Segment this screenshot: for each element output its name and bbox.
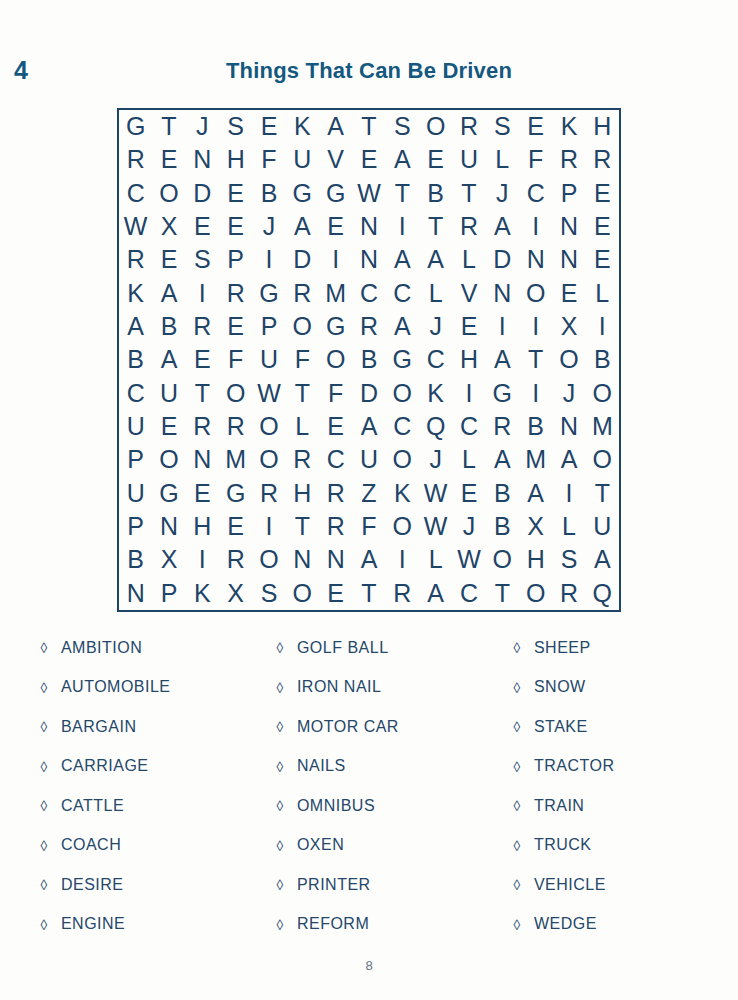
word-list-item[interactable]: ◊BARGAIN (40, 707, 171, 747)
grid-cell[interactable]: O (286, 577, 319, 610)
grid-cell[interactable]: O (386, 377, 419, 410)
grid-cell[interactable]: K (119, 277, 152, 310)
grid-cell[interactable]: W (419, 510, 452, 543)
grid-cell[interactable]: D (352, 377, 385, 410)
grid-cell[interactable]: C (119, 177, 152, 210)
word-list-item[interactable]: ◊NAILS (276, 747, 399, 787)
grid-cell[interactable]: J (419, 443, 452, 476)
word-list-item[interactable]: ◊TRAIN (513, 786, 614, 826)
grid-cell[interactable]: E (186, 477, 219, 510)
grid-cell[interactable]: O (152, 443, 185, 476)
grid-cell[interactable]: E (186, 343, 219, 376)
grid-cell[interactable]: M (519, 443, 552, 476)
grid-cell[interactable]: B (586, 343, 619, 376)
word-label: OXEN (297, 836, 344, 854)
grid-cell[interactable]: O (386, 443, 419, 476)
grid-cell[interactable]: O (586, 443, 619, 476)
word-list-column-3: ◊SHEEP◊SNOW◊STAKE◊TRACTOR◊TRAIN◊TRUCK◊VE… (513, 628, 614, 944)
grid-cell[interactable]: J (252, 210, 285, 243)
grid-cell[interactable]: E (219, 310, 252, 343)
grid-cell[interactable]: N (319, 543, 352, 576)
grid-cell[interactable]: F (352, 510, 385, 543)
grid-cell[interactable]: T (519, 343, 552, 376)
word-label: STAKE (534, 718, 588, 736)
diamond-bullet-icon: ◊ (276, 639, 283, 656)
word-list-item[interactable]: ◊CARRIAGE (40, 747, 171, 787)
grid-cell[interactable]: I (586, 310, 619, 343)
word-list-item[interactable]: ◊SHEEP (513, 628, 614, 668)
grid-cell[interactable]: E (319, 410, 352, 443)
grid-cell[interactable]: L (486, 143, 519, 176)
grid-cell[interactable]: C (386, 410, 419, 443)
grid-cell[interactable]: N (352, 243, 385, 276)
grid-cell[interactable]: L (419, 277, 452, 310)
grid-cell[interactable]: T (186, 377, 219, 410)
diamond-bullet-icon: ◊ (40, 639, 47, 656)
grid-cell[interactable]: A (586, 543, 619, 576)
grid-cell[interactable]: P (252, 310, 285, 343)
grid-cell[interactable]: Q (419, 410, 452, 443)
word-search-grid: GTJSEKATSORSEKHRENHFUVEAEULFRRCODEBGGWTB… (117, 108, 621, 612)
grid-cell[interactable]: O (219, 377, 252, 410)
word-label: NAILS (297, 757, 346, 775)
grid-cell[interactable]: A (386, 310, 419, 343)
grid-cell[interactable]: E (519, 110, 552, 143)
grid-cell[interactable]: R (486, 410, 519, 443)
grid-cell[interactable]: A (152, 343, 185, 376)
grid-cell[interactable]: V (319, 143, 352, 176)
grid-cell[interactable]: P (219, 243, 252, 276)
grid-cell[interactable]: A (152, 277, 185, 310)
diamond-bullet-icon: ◊ (40, 679, 47, 696)
grid-cell[interactable]: L (586, 277, 619, 310)
word-list-item[interactable]: ◊REFORM (276, 905, 399, 945)
word-label: BARGAIN (61, 718, 137, 736)
grid-cell[interactable]: O (252, 443, 285, 476)
grid-cell[interactable]: T (586, 477, 619, 510)
grid-cell[interactable]: B (419, 177, 452, 210)
grid-cell[interactable]: G (386, 343, 419, 376)
grid-cell[interactable]: W (419, 477, 452, 510)
grid-cell[interactable]: R (452, 110, 485, 143)
grid-cell[interactable]: R (219, 410, 252, 443)
grid-cell[interactable]: U (352, 443, 385, 476)
grid-cell[interactable]: E (352, 143, 385, 176)
grid-cell[interactable]: I (519, 210, 552, 243)
word-list-column-1: ◊AMBITION◊AUTOMOBILE◊BARGAIN◊CARRIAGE◊CA… (40, 628, 171, 944)
grid-cell[interactable]: J (452, 510, 485, 543)
grid-cell[interactable]: N (552, 210, 585, 243)
grid-cell[interactable]: P (119, 510, 152, 543)
grid-cell[interactable]: H (219, 143, 252, 176)
grid-cell[interactable]: U (152, 377, 185, 410)
grid-cell[interactable]: H (286, 477, 319, 510)
word-list-item[interactable]: ◊AUTOMOBILE (40, 668, 171, 708)
grid-cell[interactable]: F (219, 343, 252, 376)
grid-cell[interactable]: W (119, 210, 152, 243)
grid-cell[interactable]: C (386, 277, 419, 310)
word-label: COACH (61, 836, 121, 854)
word-label: GOLF BALL (297, 639, 389, 657)
diamond-bullet-icon: ◊ (276, 758, 283, 775)
grid-cell[interactable]: A (419, 243, 452, 276)
diamond-bullet-icon: ◊ (513, 916, 520, 933)
grid-cell[interactable]: N (352, 210, 385, 243)
grid-cell[interactable]: A (486, 210, 519, 243)
grid-cell[interactable]: R (586, 143, 619, 176)
grid-cell[interactable]: O (586, 377, 619, 410)
grid-cell[interactable]: D (286, 243, 319, 276)
grid-cell[interactable]: R (119, 243, 152, 276)
word-label: CARRIAGE (61, 757, 149, 775)
grid-cell[interactable]: W (352, 177, 385, 210)
grid-cell[interactable]: B (352, 343, 385, 376)
grid-cell[interactable]: E (419, 143, 452, 176)
grid-cell[interactable]: R (452, 210, 485, 243)
grid-cell[interactable]: A (286, 210, 319, 243)
grid-cell[interactable]: A (352, 543, 385, 576)
diamond-bullet-icon: ◊ (276, 718, 283, 735)
grid-cell[interactable]: A (486, 443, 519, 476)
word-list-item[interactable]: ◊SNOW (513, 668, 614, 708)
grid-cell[interactable]: R (319, 510, 352, 543)
grid-cell[interactable]: I (319, 243, 352, 276)
grid-cell[interactable]: O (252, 543, 285, 576)
word-label: ENGINE (61, 915, 125, 933)
grid-cell[interactable]: L (552, 510, 585, 543)
grid-cell[interactable]: R (552, 577, 585, 610)
grid-cell[interactable]: T (452, 177, 485, 210)
grid-cell[interactable]: T (286, 377, 319, 410)
grid-cell[interactable]: N (286, 543, 319, 576)
grid-cell[interactable]: R (286, 277, 319, 310)
grid-cell[interactable]: U (119, 410, 152, 443)
grid-cell[interactable]: A (352, 410, 385, 443)
diamond-bullet-icon: ◊ (40, 797, 47, 814)
grid-cell[interactable]: B (252, 177, 285, 210)
grid-cell[interactable]: J (486, 177, 519, 210)
grid-cell[interactable]: T (386, 177, 419, 210)
grid-cell[interactable]: B (486, 510, 519, 543)
grid-cell[interactable]: E (152, 410, 185, 443)
grid-cell[interactable]: A (386, 143, 419, 176)
grid-cell[interactable]: I (386, 210, 419, 243)
diamond-bullet-icon: ◊ (276, 837, 283, 854)
grid-cell[interactable]: E (319, 577, 352, 610)
grid-cell[interactable]: R (219, 277, 252, 310)
word-list-item[interactable]: ◊OXEN (276, 826, 399, 866)
grid-cell[interactable]: I (186, 543, 219, 576)
grid-cell[interactable]: N (519, 243, 552, 276)
grid-cell[interactable]: X (152, 210, 185, 243)
grid-cell[interactable]: E (152, 143, 185, 176)
word-label: CATTLE (61, 797, 124, 815)
grid-cell[interactable]: N (552, 243, 585, 276)
word-label: OMNIBUS (297, 797, 375, 815)
grid-cell[interactable]: R (186, 410, 219, 443)
grid-cell[interactable]: O (286, 310, 319, 343)
grid-cell[interactable]: A (319, 110, 352, 143)
word-list-item[interactable]: ◊MOTOR CAR (276, 707, 399, 747)
word-list-item[interactable]: ◊OMNIBUS (276, 786, 399, 826)
grid-cell[interactable]: G (252, 277, 285, 310)
grid-cell[interactable]: R (186, 310, 219, 343)
grid-cell[interactable]: O (519, 277, 552, 310)
grid-cell[interactable]: B (119, 343, 152, 376)
diamond-bullet-icon: ◊ (276, 679, 283, 696)
word-label: SHEEP (534, 639, 591, 657)
grid-cell[interactable]: O (386, 510, 419, 543)
word-label: TRUCK (534, 836, 592, 854)
diamond-bullet-icon: ◊ (513, 876, 520, 893)
grid-cell[interactable]: A (519, 477, 552, 510)
word-label: TRACTOR (534, 757, 615, 775)
grid-cell[interactable]: A (419, 577, 452, 610)
grid-cell[interactable]: S (486, 110, 519, 143)
puzzle-page: 4 Things That Can Be Driven GTJSEKATSORS… (0, 0, 738, 1000)
diamond-bullet-icon: ◊ (513, 679, 520, 696)
word-list-item[interactable]: ◊ENGINE (40, 905, 171, 945)
grid-cell[interactable]: G (152, 477, 185, 510)
grid-cell[interactable]: W (252, 377, 285, 410)
grid-cell[interactable]: O (552, 343, 585, 376)
word-label: REFORM (297, 915, 369, 933)
grid-cell[interactable]: E (452, 477, 485, 510)
grid-cell[interactable]: N (119, 577, 152, 610)
grid-cell[interactable]: K (186, 577, 219, 610)
grid-cell[interactable]: R (552, 143, 585, 176)
grid-cell[interactable]: E (186, 210, 219, 243)
diamond-bullet-icon: ◊ (276, 916, 283, 933)
diamond-bullet-icon: ◊ (513, 718, 520, 735)
grid-cell[interactable]: N (186, 443, 219, 476)
word-label: IRON NAIL (297, 678, 382, 696)
diamond-bullet-icon: ◊ (40, 876, 47, 893)
grid-cell[interactable]: L (452, 243, 485, 276)
grid-cell[interactable]: M (319, 277, 352, 310)
diamond-bullet-icon: ◊ (513, 758, 520, 775)
grid-cell[interactable]: H (586, 110, 619, 143)
grid-cell[interactable]: B (519, 410, 552, 443)
grid-cell[interactable]: U (452, 143, 485, 176)
word-label: SNOW (534, 678, 586, 696)
word-list-item[interactable]: ◊STAKE (513, 707, 614, 747)
word-list-item[interactable]: ◊AMBITION (40, 628, 171, 668)
grid-cell[interactable]: I (386, 543, 419, 576)
grid-cell[interactable]: L (419, 543, 452, 576)
grid-cell[interactable]: S (219, 110, 252, 143)
grid-cell[interactable]: B (486, 477, 519, 510)
grid-cell[interactable]: G (319, 310, 352, 343)
grid-cell[interactable]: C (419, 343, 452, 376)
grid-cell[interactable]: I (452, 377, 485, 410)
grid-cell[interactable]: E (586, 210, 619, 243)
grid-cell[interactable]: R (119, 143, 152, 176)
diamond-bullet-icon: ◊ (276, 797, 283, 814)
grid-cell[interactable]: I (519, 377, 552, 410)
grid-cell[interactable]: E (552, 277, 585, 310)
grid-cell[interactable]: T (152, 110, 185, 143)
word-list-item[interactable]: ◊IRON NAIL (276, 668, 399, 708)
grid-cell[interactable]: N (552, 410, 585, 443)
word-label: WEDGE (534, 915, 597, 933)
grid-cell[interactable]: O (319, 343, 352, 376)
grid-cell[interactable]: K (286, 110, 319, 143)
grid-cell[interactable]: E (252, 110, 285, 143)
grid-cell[interactable]: C (352, 277, 385, 310)
grid-cell[interactable]: C (519, 177, 552, 210)
grid-cell[interactable]: M (586, 410, 619, 443)
grid-cell[interactable]: T (486, 577, 519, 610)
word-label: MOTOR CAR (297, 718, 399, 736)
grid-cell[interactable]: I (486, 310, 519, 343)
grid-cell[interactable]: Q (586, 577, 619, 610)
grid-cell[interactable]: J (186, 110, 219, 143)
grid-cell[interactable]: O (486, 543, 519, 576)
grid-cell[interactable]: S (386, 110, 419, 143)
grid-cell[interactable]: B (152, 310, 185, 343)
word-label: AMBITION (61, 639, 142, 657)
diamond-bullet-icon: ◊ (513, 837, 520, 854)
grid-cell[interactable]: T (352, 577, 385, 610)
grid-cell[interactable]: R (352, 310, 385, 343)
grid-cell[interactable]: T (286, 510, 319, 543)
grid-cell[interactable]: E (452, 310, 485, 343)
word-label: VEHICLE (534, 876, 606, 894)
grid-cell[interactable]: Z (352, 477, 385, 510)
grid-cell[interactable]: I (186, 277, 219, 310)
grid-cell[interactable]: X (219, 577, 252, 610)
grid-cell[interactable]: R (252, 477, 285, 510)
grid-cell[interactable]: A (119, 310, 152, 343)
grid-cell[interactable]: C (452, 410, 485, 443)
grid-cell[interactable]: R (286, 443, 319, 476)
grid-cell[interactable]: W (452, 543, 485, 576)
grid-cell[interactable]: G (486, 377, 519, 410)
grid-cell[interactable]: S (552, 543, 585, 576)
grid-cell[interactable]: P (552, 177, 585, 210)
diamond-bullet-icon: ◊ (513, 797, 520, 814)
grid-cell[interactable]: E (219, 210, 252, 243)
grid-cell[interactable]: E (219, 510, 252, 543)
grid-cell[interactable]: G (286, 177, 319, 210)
grid-cell[interactable]: C (452, 577, 485, 610)
grid-cell[interactable]: S (252, 577, 285, 610)
diamond-bullet-icon: ◊ (40, 916, 47, 933)
diamond-bullet-icon: ◊ (513, 639, 520, 656)
grid-cell[interactable]: H (452, 343, 485, 376)
grid-cell[interactable]: E (319, 210, 352, 243)
grid-cell[interactable]: A (486, 343, 519, 376)
grid-cell[interactable]: K (386, 477, 419, 510)
diamond-bullet-icon: ◊ (40, 837, 47, 854)
word-list-item[interactable]: ◊PRINTER (276, 865, 399, 905)
word-label: DESIRE (61, 876, 124, 894)
grid-cell[interactable]: X (152, 543, 185, 576)
grid-cell[interactable]: L (452, 443, 485, 476)
grid-cell[interactable]: J (419, 310, 452, 343)
grid-cell[interactable]: I (552, 477, 585, 510)
grid-cell[interactable]: E (219, 177, 252, 210)
grid-cell[interactable]: D (186, 177, 219, 210)
grid-cell[interactable]: E (586, 243, 619, 276)
word-label: AUTOMOBILE (61, 678, 171, 696)
word-list-item[interactable]: ◊GOLF BALL (276, 628, 399, 668)
grid-cell[interactable]: N (486, 277, 519, 310)
grid-cell[interactable]: C (319, 443, 352, 476)
grid-cell[interactable]: X (519, 510, 552, 543)
grid-cell[interactable]: I (252, 510, 285, 543)
word-list-item[interactable]: ◊CATTLE (40, 786, 171, 826)
grid-cell[interactable]: E (586, 177, 619, 210)
grid-cell[interactable]: O (519, 577, 552, 610)
grid-cell[interactable]: R (319, 477, 352, 510)
grid-cell[interactable]: N (152, 510, 185, 543)
grid-cell[interactable]: D (486, 243, 519, 276)
word-label: TRAIN (534, 797, 585, 815)
grid-cell[interactable]: I (252, 243, 285, 276)
grid-cell[interactable]: G (119, 110, 152, 143)
grid-cell[interactable]: X (552, 310, 585, 343)
grid-cell[interactable]: P (119, 443, 152, 476)
grid-cell[interactable]: F (286, 343, 319, 376)
grid-cell[interactable]: T (419, 210, 452, 243)
grid-cell[interactable]: J (552, 377, 585, 410)
grid-cell[interactable]: C (119, 377, 152, 410)
grid-cell[interactable]: G (319, 177, 352, 210)
grid-cell[interactable]: F (252, 143, 285, 176)
grid-cell[interactable]: T (352, 110, 385, 143)
grid-cell[interactable]: H (519, 543, 552, 576)
word-list-item[interactable]: ◊TRUCK (513, 826, 614, 866)
grid-cell[interactable]: O (419, 110, 452, 143)
grid-cell[interactable]: F (519, 143, 552, 176)
grid-cell[interactable]: O (252, 410, 285, 443)
grid-cell[interactable]: P (152, 577, 185, 610)
grid-cell[interactable]: F (319, 377, 352, 410)
diamond-bullet-icon: ◊ (276, 876, 283, 893)
grid-cell[interactable]: N (186, 143, 219, 176)
grid-cell[interactable]: L (286, 410, 319, 443)
word-list-item[interactable]: ◊TRACTOR (513, 747, 614, 787)
grid-cell[interactable]: V (452, 277, 485, 310)
grid-cell[interactable]: U (286, 143, 319, 176)
grid-cell[interactable]: R (219, 543, 252, 576)
grid-cell[interactable]: O (152, 177, 185, 210)
page-title: Things That Can Be Driven (0, 58, 738, 84)
word-list-item[interactable]: ◊VEHICLE (513, 865, 614, 905)
grid-cell[interactable]: H (186, 510, 219, 543)
grid-cell[interactable]: U (119, 477, 152, 510)
grid-cell[interactable]: U (586, 510, 619, 543)
grid-cell[interactable]: B (119, 543, 152, 576)
grid-cell[interactable]: R (386, 577, 419, 610)
grid-cell[interactable]: I (519, 310, 552, 343)
grid-cell[interactable]: G (219, 477, 252, 510)
grid-cell[interactable]: K (552, 110, 585, 143)
word-label: PRINTER (297, 876, 371, 894)
grid-cell[interactable]: K (419, 377, 452, 410)
grid-cell[interactable]: A (552, 443, 585, 476)
grid-cell[interactable]: M (219, 443, 252, 476)
grid-cell[interactable]: A (386, 243, 419, 276)
grid-cell[interactable]: S (186, 243, 219, 276)
grid-cell[interactable]: U (252, 343, 285, 376)
word-list-item[interactable]: ◊COACH (40, 826, 171, 866)
grid-cell[interactable]: E (152, 243, 185, 276)
word-list-item[interactable]: ◊DESIRE (40, 865, 171, 905)
word-list-item[interactable]: ◊WEDGE (513, 905, 614, 945)
